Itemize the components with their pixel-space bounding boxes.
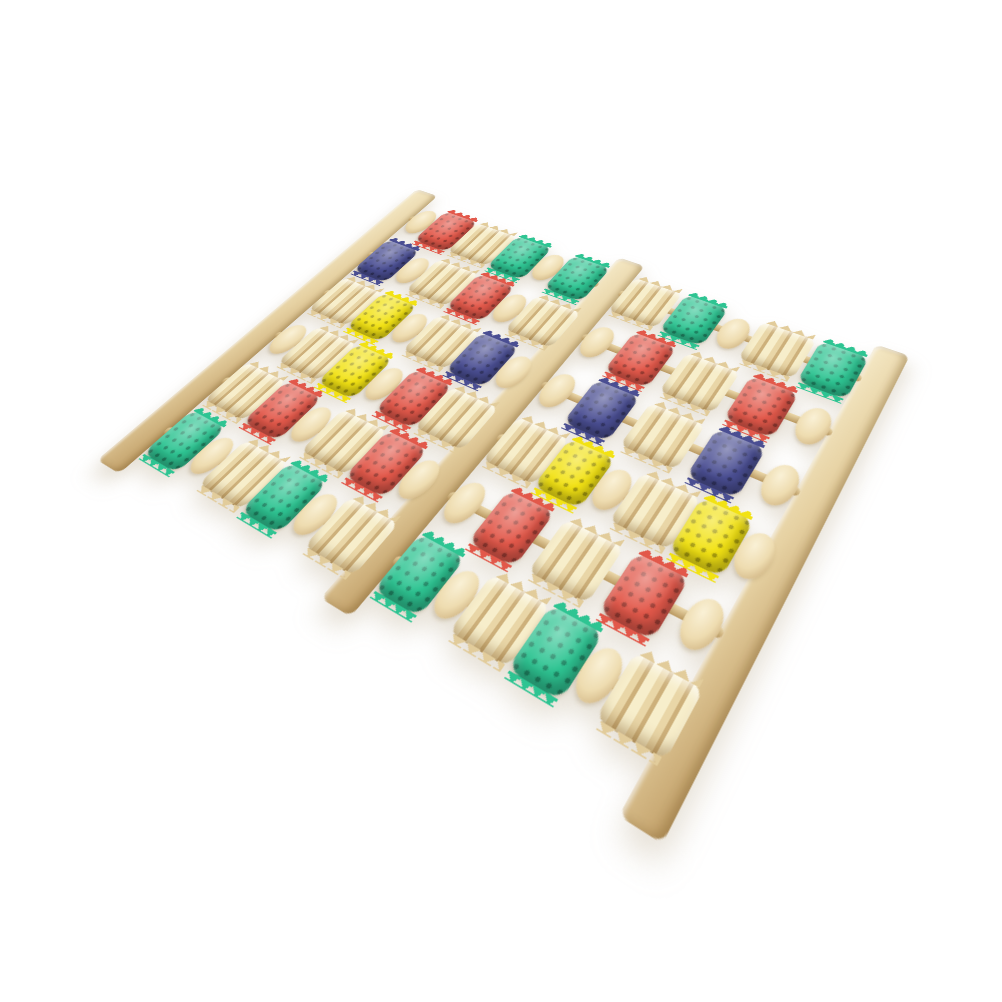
wood-ridged-roller [619, 402, 705, 470]
product-photo [0, 0, 1002, 1002]
wood-ridged-roller [527, 518, 624, 604]
navy-spiky-roller [686, 428, 767, 498]
red-spiky-roller [598, 552, 690, 641]
foot-roller-frame [115, 195, 905, 790]
